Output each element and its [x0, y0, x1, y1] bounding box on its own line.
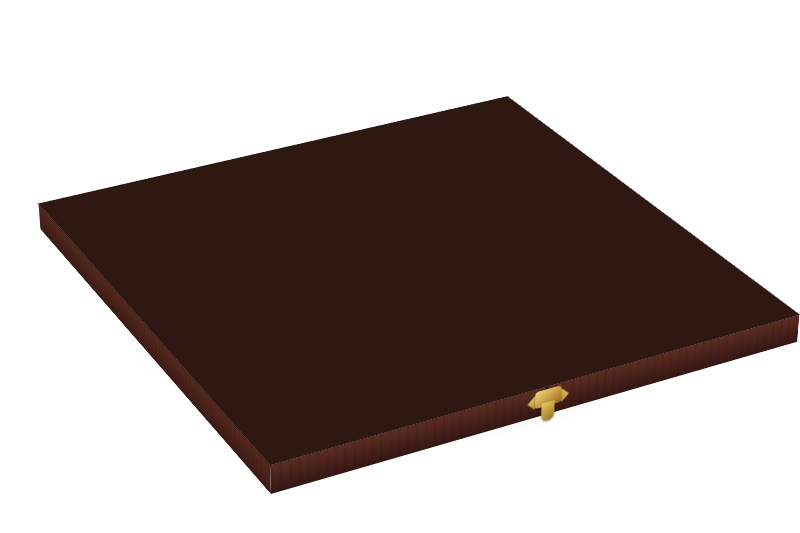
chess-board — [39, 96, 800, 465]
photo-canvas — [0, 0, 800, 533]
latch-hook-icon — [541, 399, 555, 421]
board-top-face — [39, 96, 800, 465]
scene — [0, 0, 800, 533]
